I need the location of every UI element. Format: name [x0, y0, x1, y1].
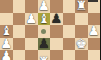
white-rook[interactable]: ♜ [38, 56, 50, 60]
square-a-row1[interactable] [0, 0, 13, 13]
square-h-row1[interactable] [88, 0, 101, 13]
square-d-row5[interactable]: ♜ [38, 50, 51, 60]
square-c-row2[interactable]: ♟ [25, 13, 38, 26]
chess-board-viewport: ♟♜♟♝♟♝♟♟♟♚♟♜ [0, 0, 100, 60]
square-f-row4[interactable] [63, 38, 76, 51]
square-b-row3[interactable] [13, 25, 26, 38]
chess-board: ♟♜♟♝♟♝♟♟♟♚♟♜ [0, 0, 100, 60]
white-pawn[interactable]: ♟ [25, 13, 37, 26]
square-b-row5[interactable] [13, 50, 26, 60]
square-h-row5[interactable] [88, 50, 101, 60]
square-e-row5[interactable] [50, 50, 63, 60]
square-e-row3[interactable] [50, 25, 63, 38]
clipped-black-piece-top-edge [88, 0, 98, 2]
white-pawn[interactable]: ♟ [0, 50, 12, 60]
square-g-row1[interactable]: ♜ [75, 0, 88, 13]
square-g-row2[interactable] [75, 13, 88, 26]
square-e-row2[interactable]: ♟ [50, 13, 63, 26]
square-e-row4[interactable] [50, 38, 63, 51]
square-d-row2[interactable]: ♝ [38, 13, 51, 26]
square-a-row5[interactable]: ♟ [0, 50, 13, 60]
white-bishop[interactable]: ♝ [38, 13, 50, 26]
square-f-row5[interactable] [63, 50, 76, 60]
square-c-row5[interactable] [25, 50, 38, 60]
square-b-row2[interactable] [13, 13, 26, 26]
square-h-row3[interactable]: ♟ [88, 25, 101, 38]
white-rook[interactable]: ♜ [75, 0, 87, 13]
square-f-row3[interactable] [63, 25, 76, 38]
black-pawn[interactable]: ♟ [38, 38, 50, 51]
move-hint-dot[interactable] [41, 29, 46, 34]
black-pawn[interactable]: ♟ [50, 13, 62, 26]
square-g-row4[interactable]: ♚ [75, 38, 88, 51]
square-b-row1[interactable] [13, 0, 26, 13]
square-f-row1[interactable] [63, 0, 76, 13]
square-c-row4[interactable] [25, 38, 38, 51]
square-d-row4[interactable]: ♟ [38, 38, 51, 51]
white-king[interactable]: ♚ [75, 38, 87, 51]
white-pawn[interactable]: ♟ [88, 25, 100, 38]
square-b-row4[interactable] [13, 38, 26, 51]
square-f-row2[interactable] [63, 13, 76, 26]
square-c-row3[interactable] [25, 25, 38, 38]
square-g-row5[interactable] [75, 50, 88, 60]
square-h-row4[interactable] [88, 38, 101, 51]
